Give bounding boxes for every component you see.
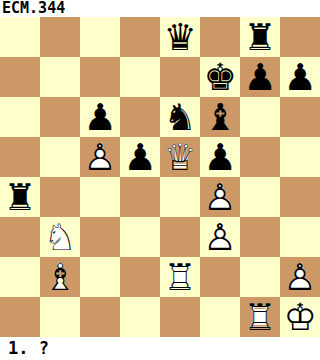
square-f8[interactable] bbox=[200, 17, 240, 57]
black-rook-g8: ♜ bbox=[240, 17, 280, 57]
square-g2[interactable] bbox=[240, 257, 280, 297]
square-h8[interactable] bbox=[280, 17, 320, 57]
square-e5[interactable]: ♛♕ bbox=[160, 137, 200, 177]
square-e6[interactable]: ♞ bbox=[160, 97, 200, 137]
square-f4[interactable]: ♟♙ bbox=[200, 177, 240, 217]
square-d7[interactable] bbox=[120, 57, 160, 97]
square-a8[interactable] bbox=[0, 17, 40, 57]
page-title: ECM.344 bbox=[2, 0, 65, 17]
black-pawn-c6: ♟ bbox=[80, 97, 120, 137]
square-g1[interactable]: ♜♖ bbox=[240, 297, 280, 337]
square-c4[interactable] bbox=[80, 177, 120, 217]
square-d5[interactable]: ♟ bbox=[120, 137, 160, 177]
square-g6[interactable] bbox=[240, 97, 280, 137]
black-bishop-f6: ♝ bbox=[200, 97, 240, 137]
square-g5[interactable] bbox=[240, 137, 280, 177]
white-rook-e2: ♜♖ bbox=[160, 257, 200, 297]
white-pawn-f4: ♟♙ bbox=[200, 177, 240, 217]
square-d4[interactable] bbox=[120, 177, 160, 217]
square-h7[interactable]: ♟ bbox=[280, 57, 320, 97]
square-b7[interactable] bbox=[40, 57, 80, 97]
square-a1[interactable] bbox=[0, 297, 40, 337]
square-c8[interactable] bbox=[80, 17, 120, 57]
square-e1[interactable] bbox=[160, 297, 200, 337]
white-pawn-h2: ♟♙ bbox=[280, 257, 320, 297]
square-f3[interactable]: ♟♙ bbox=[200, 217, 240, 257]
square-a7[interactable] bbox=[0, 57, 40, 97]
square-e7[interactable] bbox=[160, 57, 200, 97]
square-a2[interactable] bbox=[0, 257, 40, 297]
square-f1[interactable] bbox=[200, 297, 240, 337]
square-e8[interactable]: ♛ bbox=[160, 17, 200, 57]
square-d6[interactable] bbox=[120, 97, 160, 137]
white-rook-g1: ♜♖ bbox=[240, 297, 280, 337]
black-pawn-d5: ♟ bbox=[120, 137, 160, 177]
square-h3[interactable] bbox=[280, 217, 320, 257]
white-queen-e5: ♛♕ bbox=[160, 137, 200, 177]
square-a3[interactable] bbox=[0, 217, 40, 257]
square-b1[interactable] bbox=[40, 297, 80, 337]
black-pawn-f5: ♟ bbox=[200, 137, 240, 177]
square-b6[interactable] bbox=[40, 97, 80, 137]
square-g8[interactable]: ♜ bbox=[240, 17, 280, 57]
white-pawn-f3: ♟♙ bbox=[200, 217, 240, 257]
black-pawn-g7: ♟ bbox=[240, 57, 280, 97]
chess-board: ♛♜♚♟♟♟♞♝♟♙♟♛♕♟♜♟♙♞♘♟♙♝♗♜♖♟♙♜♖♚♔ bbox=[0, 17, 320, 337]
square-h1[interactable]: ♚♔ bbox=[280, 297, 320, 337]
square-d8[interactable] bbox=[120, 17, 160, 57]
square-g4[interactable] bbox=[240, 177, 280, 217]
black-queen-e8: ♛ bbox=[160, 17, 200, 57]
square-e4[interactable] bbox=[160, 177, 200, 217]
square-b4[interactable] bbox=[40, 177, 80, 217]
black-pawn-h7: ♟ bbox=[280, 57, 320, 97]
black-knight-e6: ♞ bbox=[160, 97, 200, 137]
square-c7[interactable] bbox=[80, 57, 120, 97]
square-f7[interactable]: ♚ bbox=[200, 57, 240, 97]
square-h4[interactable] bbox=[280, 177, 320, 217]
square-a6[interactable] bbox=[0, 97, 40, 137]
square-a5[interactable] bbox=[0, 137, 40, 177]
white-bishop-b2: ♝♗ bbox=[40, 257, 80, 297]
square-b5[interactable] bbox=[40, 137, 80, 177]
square-f2[interactable] bbox=[200, 257, 240, 297]
square-g7[interactable]: ♟ bbox=[240, 57, 280, 97]
square-b2[interactable]: ♝♗ bbox=[40, 257, 80, 297]
square-f5[interactable]: ♟ bbox=[200, 137, 240, 177]
black-rook-a4: ♜ bbox=[0, 177, 40, 217]
square-c3[interactable] bbox=[80, 217, 120, 257]
square-a4[interactable]: ♜ bbox=[0, 177, 40, 217]
square-e3[interactable] bbox=[160, 217, 200, 257]
square-d1[interactable] bbox=[120, 297, 160, 337]
white-king-h1: ♚♔ bbox=[280, 297, 320, 337]
move-prompt: 1. ? bbox=[8, 337, 49, 359]
square-c1[interactable] bbox=[80, 297, 120, 337]
square-e2[interactable]: ♜♖ bbox=[160, 257, 200, 297]
square-h2[interactable]: ♟♙ bbox=[280, 257, 320, 297]
square-d2[interactable] bbox=[120, 257, 160, 297]
square-d3[interactable] bbox=[120, 217, 160, 257]
square-c5[interactable]: ♟♙ bbox=[80, 137, 120, 177]
white-knight-b3: ♞♘ bbox=[40, 217, 80, 257]
square-b3[interactable]: ♞♘ bbox=[40, 217, 80, 257]
square-c6[interactable]: ♟ bbox=[80, 97, 120, 137]
square-f6[interactable]: ♝ bbox=[200, 97, 240, 137]
square-h5[interactable] bbox=[280, 137, 320, 177]
square-c2[interactable] bbox=[80, 257, 120, 297]
square-g3[interactable] bbox=[240, 217, 280, 257]
square-h6[interactable] bbox=[280, 97, 320, 137]
black-king-f7: ♚ bbox=[200, 57, 240, 97]
white-pawn-c5: ♟♙ bbox=[80, 137, 120, 177]
square-b8[interactable] bbox=[40, 17, 80, 57]
